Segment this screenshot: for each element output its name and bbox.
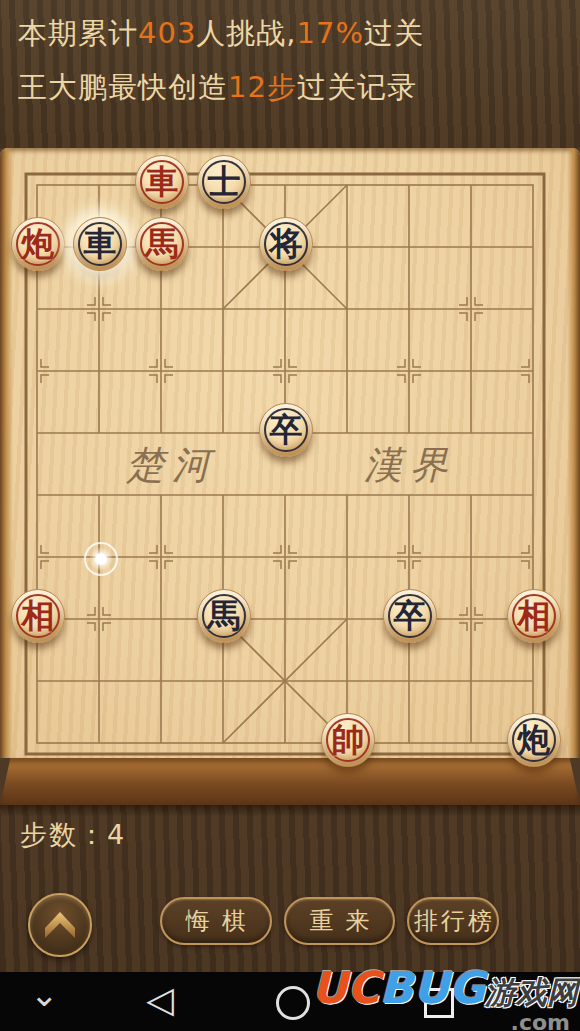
- piece-character: 将: [260, 218, 312, 270]
- river-text-left: 楚河: [126, 443, 218, 487]
- steps-counter: 步数：4: [20, 817, 126, 853]
- stat-highlight: 17%: [297, 16, 364, 50]
- red-piece-帥[interactable]: 帥: [321, 713, 375, 767]
- piece-character: 帥: [322, 714, 374, 766]
- piece-character: 馬: [198, 590, 250, 642]
- ucbug-watermark: UCBUG游戏网 .com: [312, 966, 578, 1031]
- black-piece-馬[interactable]: 馬: [197, 589, 251, 643]
- piece-character: 車: [136, 156, 188, 208]
- watermark-dotcom: .com: [312, 1012, 578, 1031]
- river-text-right: 漢界: [364, 443, 456, 487]
- stat-text: 王大鹏最快创造: [18, 70, 228, 104]
- piece-character: 炮: [508, 714, 560, 766]
- android-nav-bar: ⌄ ◁ UCBUG游戏网 .com: [0, 972, 580, 1031]
- watermark-uc: UC: [312, 962, 380, 1013]
- red-piece-相[interactable]: 相: [11, 589, 65, 643]
- last-move-origin-marker: [84, 542, 118, 576]
- black-piece-卒[interactable]: 卒: [383, 589, 437, 643]
- stat-highlight: 12步: [228, 70, 297, 104]
- red-piece-馬[interactable]: 馬: [135, 217, 189, 271]
- stat-text: 人挑战,: [196, 16, 296, 50]
- stat-text: 过关记录: [297, 70, 417, 104]
- stat-highlight: 403: [138, 16, 196, 50]
- piece-character: 相: [508, 590, 560, 642]
- scroll-up-button[interactable]: [28, 893, 92, 957]
- piece-character: 卒: [260, 404, 312, 456]
- board-front-edge: [0, 758, 580, 805]
- xiangqi-board: 楚河漢界 車士炮車馬将卒相馬卒相帥炮: [0, 148, 580, 805]
- record-info-text: 王大鹏最快创造12步过关记录: [18, 68, 417, 108]
- undo-move-button[interactable]: 悔棋: [160, 897, 272, 945]
- red-piece-相[interactable]: 相: [507, 589, 561, 643]
- black-piece-炮[interactable]: 炮: [507, 713, 561, 767]
- red-piece-車[interactable]: 車: [135, 155, 189, 209]
- watermark-bug: BUG: [380, 962, 485, 1013]
- piece-character: 炮: [12, 218, 64, 270]
- leaderboard-button[interactable]: 排行榜: [407, 897, 499, 945]
- steps-value: 4: [107, 819, 126, 850]
- red-piece-炮[interactable]: 炮: [11, 217, 65, 271]
- black-piece-車[interactable]: 車: [73, 217, 127, 271]
- black-piece-卒[interactable]: 卒: [259, 403, 313, 457]
- header-banner: 本期累计403人挑战,17%过关 王大鹏最快创造12步过关记录: [0, 0, 580, 148]
- back-icon[interactable]: ◁: [146, 979, 174, 1020]
- home-icon[interactable]: [276, 986, 310, 1020]
- stat-text: 本期累计: [18, 16, 138, 50]
- hide-nav-icon[interactable]: ⌄: [30, 974, 59, 1014]
- piece-character: 相: [12, 590, 64, 642]
- restart-button[interactable]: 重来: [284, 897, 395, 945]
- black-piece-士[interactable]: 士: [197, 155, 251, 209]
- up-arrow-icon: [45, 912, 75, 938]
- piece-character: 士: [198, 156, 250, 208]
- challenge-stats-text: 本期累计403人挑战,17%过关: [18, 14, 424, 54]
- footer-panel: 步数：4 悔棋 重来 排行榜: [0, 805, 580, 972]
- black-piece-将[interactable]: 将: [259, 217, 313, 271]
- stat-text: 过关: [364, 16, 424, 50]
- steps-label: 步数：: [20, 819, 107, 850]
- app-screen: 本期累计403人挑战,17%过关 王大鹏最快创造12步过关记录 楚河漢界 車士炮…: [0, 0, 580, 1031]
- piece-character: 卒: [384, 590, 436, 642]
- watermark-site: 游戏网: [485, 974, 578, 1010]
- piece-character: 車: [74, 218, 126, 270]
- piece-character: 馬: [136, 218, 188, 270]
